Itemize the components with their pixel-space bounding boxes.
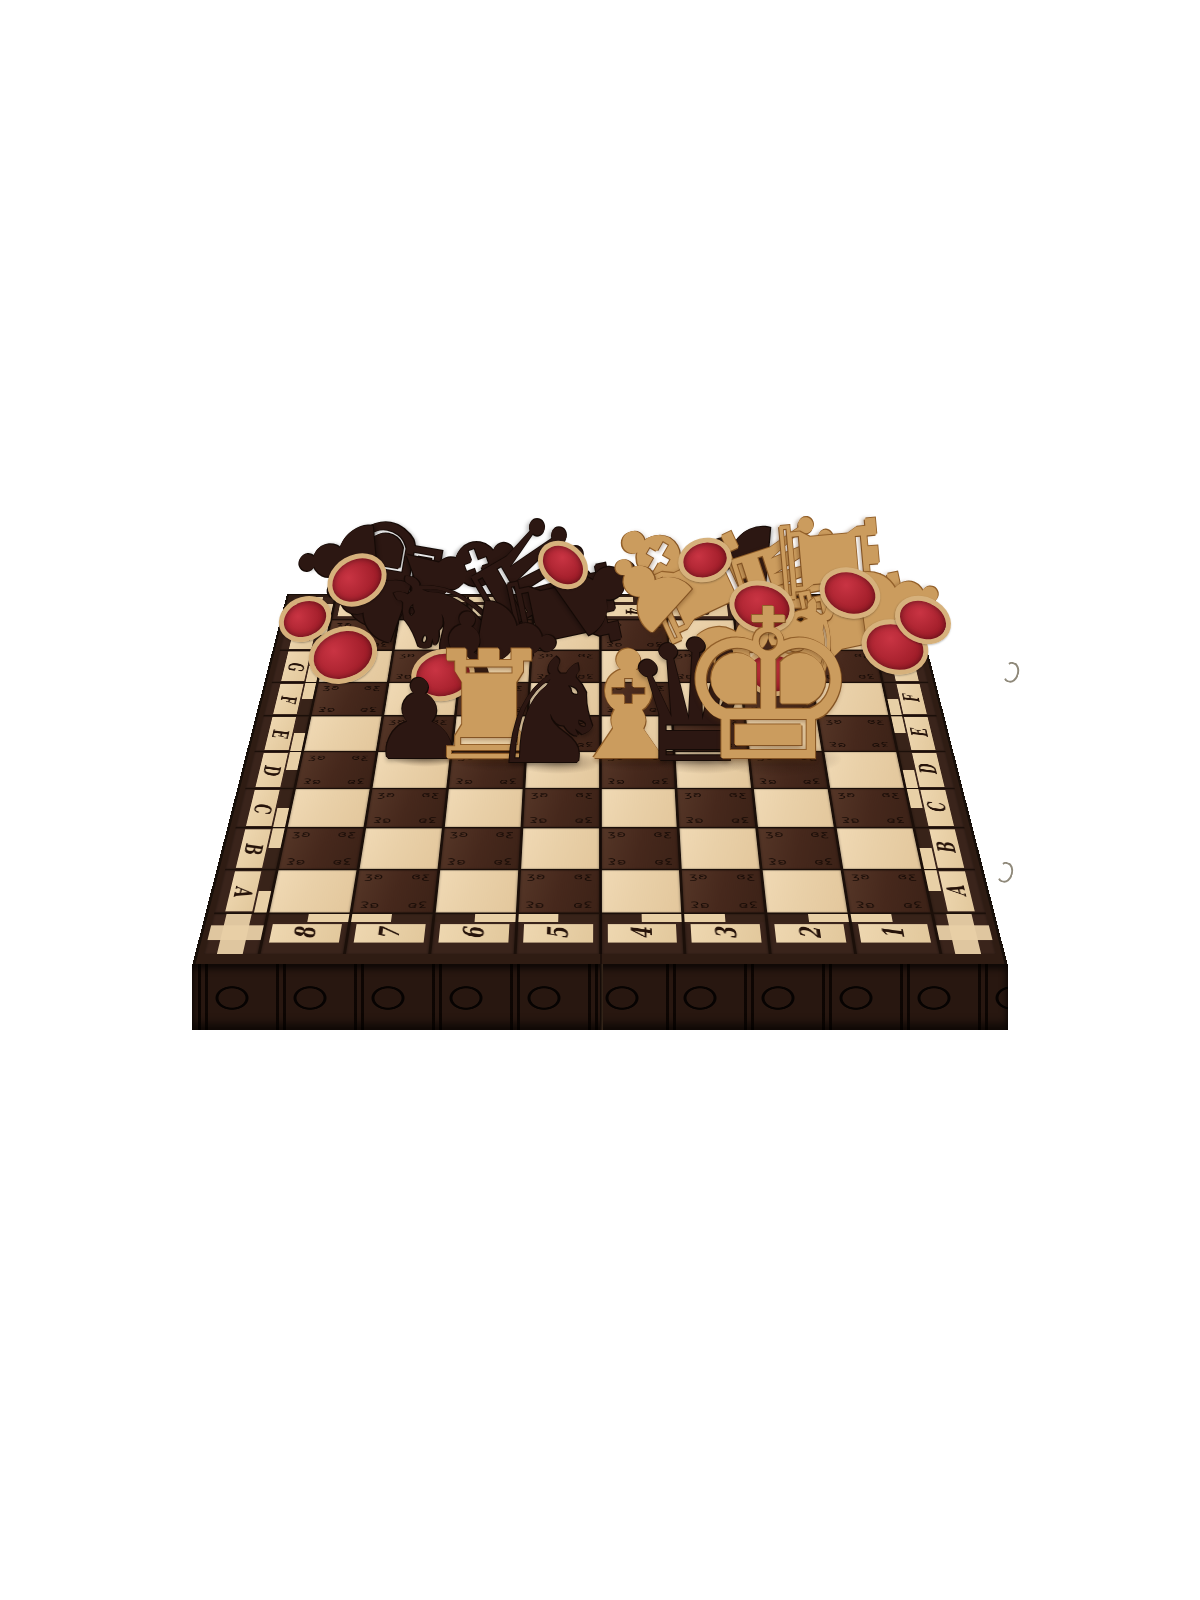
product-photo: 87654321Hʒʚʒʚʒʚʒʚʒʚʒʚʒʚʒʚʒʚʒʚʒʚʒʚʒʚʒʚʒʚʒ…: [0, 0, 1200, 1600]
standing-piece-light-king: ♚: [675, 582, 861, 790]
pieces-layer: ♚♟♝♛♟♞♜♟♟♟♝♟♜♛♜♜♞♟♟♟♟♜♞♝♛♚: [0, 0, 1200, 1600]
